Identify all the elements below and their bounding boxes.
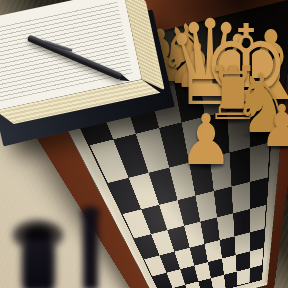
pawn-stem: [83, 213, 98, 288]
black-rook-out-of-focus[interactable]: [10, 220, 66, 288]
rook-body: [22, 240, 55, 288]
book-stack: [0, 0, 185, 160]
white-pawn-h5[interactable]: ♟: [260, 97, 288, 155]
scene: ♟♞♟♝♛♚♜♞♟♟: [0, 0, 288, 288]
white-pawn-f5[interactable]: ♟: [180, 105, 233, 175]
black-pawn-out-of-focus[interactable]: [76, 206, 106, 288]
